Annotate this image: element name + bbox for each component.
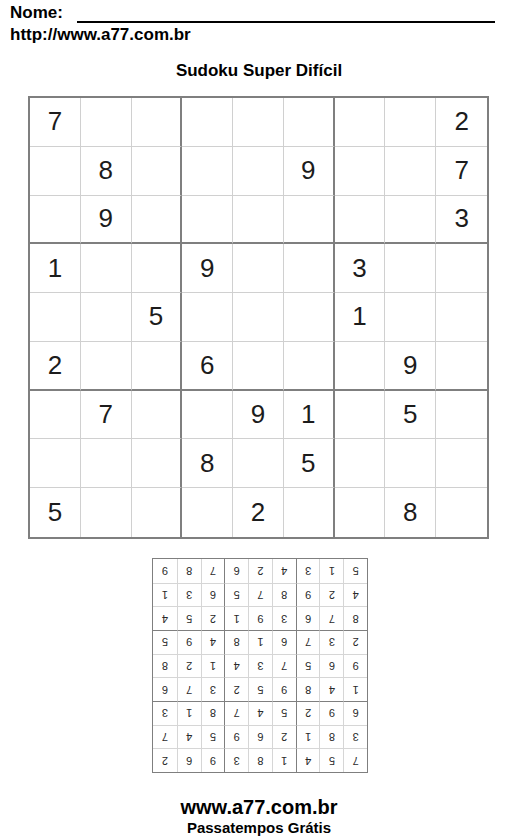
solution-cell-r9c4: 4	[272, 559, 296, 583]
puzzle-cell-r4c9[interactable]	[436, 244, 487, 293]
puzzle-cell-r1c5[interactable]	[233, 98, 284, 147]
puzzle-cell-r2c2: 8	[81, 147, 132, 196]
puzzle-cell-r7c8: 5	[385, 391, 436, 440]
solution-cell-r2c2: 8	[319, 725, 343, 749]
solution-cell-r4c7: 3	[201, 677, 225, 701]
solution-cell-r1c8: 6	[177, 748, 201, 772]
puzzle-cell-r6c1: 2	[30, 342, 81, 391]
puzzle-cell-r1c7[interactable]	[335, 98, 386, 147]
puzzle-cell-r7c5: 9	[233, 391, 284, 440]
puzzle-cell-r8c1[interactable]	[30, 439, 81, 488]
solution-cell-r8c6: 5	[224, 583, 248, 607]
puzzle-cell-r4c3[interactable]	[132, 244, 183, 293]
puzzle-cell-r9c2[interactable]	[81, 488, 132, 537]
solution-cell-r5c2: 6	[319, 654, 343, 678]
puzzle-cell-r6c6[interactable]	[284, 342, 335, 391]
puzzle-cell-r7c9[interactable]	[436, 391, 487, 440]
solution-cell-r3c2: 9	[319, 701, 343, 725]
solution-cell-r8c5: 7	[248, 583, 272, 607]
puzzle-cell-r1c1: 7	[30, 98, 81, 147]
solution-cell-r9c3: 3	[296, 559, 320, 583]
solution-cell-r1c4: 1	[272, 748, 296, 772]
solution-cell-r7c5: 9	[248, 606, 272, 630]
puzzle-cell-r7c2: 7	[81, 391, 132, 440]
name-label: Nome:	[10, 3, 63, 23]
solution-cell-r3c5: 4	[248, 701, 272, 725]
solution-cell-r2c6: 9	[224, 725, 248, 749]
puzzle-cell-r9c8: 8	[385, 488, 436, 537]
solution-cell-r9c8: 8	[177, 559, 201, 583]
solution-cell-r9c1: 5	[343, 559, 367, 583]
solution-cell-r3c8: 1	[177, 701, 201, 725]
solution-cell-r5c4: 7	[272, 654, 296, 678]
solution-cell-r2c7: 5	[201, 725, 225, 749]
solution-cell-r1c7: 9	[201, 748, 225, 772]
solution-cell-r4c6: 2	[224, 677, 248, 701]
sudoku-page: Nome: http://www.a77.com.br Sudoku Super…	[0, 0, 518, 840]
puzzle-cell-r5c3: 5	[132, 293, 183, 342]
site-url-text: http://www.a77.com.br	[10, 25, 191, 45]
solution-cell-r6c3: 7	[296, 630, 320, 654]
puzzle-cell-r4c8[interactable]	[385, 244, 436, 293]
solution-cell-r4c9: 6	[153, 677, 177, 701]
puzzle-cell-r2c3[interactable]	[132, 147, 183, 196]
puzzle-cell-r2c9: 7	[436, 147, 487, 196]
puzzle-cell-r2c5[interactable]	[233, 147, 284, 196]
solution-cell-r2c5: 6	[248, 725, 272, 749]
solution-cell-r2c9: 7	[153, 725, 177, 749]
solution-cell-r9c6: 6	[224, 559, 248, 583]
solution-cell-r5c3: 5	[296, 654, 320, 678]
puzzle-cell-r6c5[interactable]	[233, 342, 284, 391]
solution-cell-r1c5: 8	[248, 748, 272, 772]
footer-site-text: www.a77.com.br	[0, 795, 518, 819]
puzzle-cell-r8c8[interactable]	[385, 439, 436, 488]
puzzle-cell-r7c7[interactable]	[335, 391, 386, 440]
solution-cell-r5c5: 3	[248, 654, 272, 678]
solution-cell-r1c2: 5	[319, 748, 343, 772]
puzzle-cell-r3c2: 9	[81, 196, 132, 245]
solution-cell-r9c5: 2	[248, 559, 272, 583]
puzzle-cell-r4c2[interactable]	[81, 244, 132, 293]
puzzle-cell-r1c4[interactable]	[182, 98, 233, 147]
solution-cell-r2c1: 3	[343, 725, 367, 749]
puzzle-cell-r5c5[interactable]	[233, 293, 284, 342]
solution-cell-r5c1: 9	[343, 654, 367, 678]
solution-grid: 7541839623812695476925478131489523769657…	[152, 558, 368, 773]
puzzle-cell-r2c4[interactable]	[182, 147, 233, 196]
solution-cell-r7c8: 5	[177, 606, 201, 630]
solution-cell-r3c3: 2	[296, 701, 320, 725]
puzzle-cell-r7c6: 1	[284, 391, 335, 440]
puzzle-cell-r4c6[interactable]	[284, 244, 335, 293]
puzzle-cell-r1c6[interactable]	[284, 98, 335, 147]
solution-cell-r6c5: 1	[248, 630, 272, 654]
puzzle-cell-r7c4[interactable]	[182, 391, 233, 440]
solution-cell-r3c4: 5	[272, 701, 296, 725]
puzzle-cell-r5c2[interactable]	[81, 293, 132, 342]
puzzle-cell-r5c6[interactable]	[284, 293, 335, 342]
puzzle-cell-r3c3[interactable]	[132, 196, 183, 245]
puzzle-cell-r2c6: 9	[284, 147, 335, 196]
puzzle-cell-r4c5[interactable]	[233, 244, 284, 293]
solution-cell-r7c3: 6	[296, 606, 320, 630]
puzzle-cell-r5c7: 1	[335, 293, 386, 342]
solution-cell-r2c3: 1	[296, 725, 320, 749]
solution-cell-r7c2: 7	[319, 606, 343, 630]
puzzle-cell-r3c4[interactable]	[182, 196, 233, 245]
puzzle-cell-r8c6: 5	[284, 439, 335, 488]
solution-cell-r6c9: 5	[153, 630, 177, 654]
solution-cell-r4c2: 4	[319, 677, 343, 701]
puzzle-cell-r9c1: 5	[30, 488, 81, 537]
solution-cell-r9c2: 1	[319, 559, 343, 583]
puzzle-cell-r4c4: 9	[182, 244, 233, 293]
puzzle-cell-r6c8: 9	[385, 342, 436, 391]
puzzle-cell-r9c3[interactable]	[132, 488, 183, 537]
puzzle-cell-r1c9: 2	[436, 98, 487, 147]
solution-cell-r3c9: 3	[153, 701, 177, 725]
puzzle-cell-r7c3[interactable]	[132, 391, 183, 440]
puzzle-cell-r9c6[interactable]	[284, 488, 335, 537]
puzzle-cell-r3c5[interactable]	[233, 196, 284, 245]
puzzle-cell-r2c8[interactable]	[385, 147, 436, 196]
puzzle-cell-r4c7: 3	[335, 244, 386, 293]
puzzle-cell-r3c8[interactable]	[385, 196, 436, 245]
puzzle-cell-r6c3[interactable]	[132, 342, 183, 391]
solution-cell-r3c7: 8	[201, 701, 225, 725]
puzzle-cell-r8c2[interactable]	[81, 439, 132, 488]
solution-cell-r6c4: 6	[272, 630, 296, 654]
solution-cell-r2c4: 2	[272, 725, 296, 749]
puzzle-cell-r2c7[interactable]	[335, 147, 386, 196]
solution-cell-r4c8: 7	[177, 677, 201, 701]
puzzle-cell-r8c3[interactable]	[132, 439, 183, 488]
solution-cell-r8c2: 2	[319, 583, 343, 607]
solution-cell-r4c3: 8	[296, 677, 320, 701]
solution-cell-r1c9: 2	[153, 748, 177, 772]
puzzle-cell-r1c8[interactable]	[385, 98, 436, 147]
solution-cell-r1c1: 7	[343, 748, 367, 772]
puzzle-cell-r6c4: 6	[182, 342, 233, 391]
puzzle-cell-r9c7[interactable]	[335, 488, 386, 537]
puzzle-cell-r6c2[interactable]	[81, 342, 132, 391]
solution-cell-r5c9: 8	[153, 654, 177, 678]
puzzle-cell-r2c1[interactable]	[30, 147, 81, 196]
solution-cell-r1c6: 3	[224, 748, 248, 772]
solution-cell-r4c4: 9	[272, 677, 296, 701]
solution-cell-r5c8: 2	[177, 654, 201, 678]
puzzle-cell-r5c8[interactable]	[385, 293, 436, 342]
solution-cell-r7c6: 1	[224, 606, 248, 630]
puzzle-cell-r6c7[interactable]	[335, 342, 386, 391]
puzzle-cell-r3c7[interactable]	[335, 196, 386, 245]
puzzle-grid: 728979319351269791585528	[28, 96, 489, 539]
solution-cell-r6c8: 9	[177, 630, 201, 654]
puzzle-cell-r8c7[interactable]	[335, 439, 386, 488]
puzzle-cell-r3c1[interactable]	[30, 196, 81, 245]
puzzle-cell-r1c2[interactable]	[81, 98, 132, 147]
puzzle-cell-r9c4[interactable]	[182, 488, 233, 537]
solution-cell-r8c4: 8	[272, 583, 296, 607]
name-blank-line	[77, 21, 495, 23]
solution-cell-r7c9: 4	[153, 606, 177, 630]
footer-tagline: Passatempos Grátis	[0, 819, 518, 837]
solution-cell-r4c1: 1	[343, 677, 367, 701]
solution-cell-r8c1: 4	[343, 583, 367, 607]
solution-cell-r6c6: 8	[224, 630, 248, 654]
page-title: Sudoku Super Difícil	[0, 61, 518, 81]
solution-cell-r2c8: 4	[177, 725, 201, 749]
puzzle-cell-r1c3[interactable]	[132, 98, 183, 147]
puzzle-cell-r8c9[interactable]	[436, 439, 487, 488]
solution-cell-r3c1: 6	[343, 701, 367, 725]
solution-cell-r9c9: 9	[153, 559, 177, 583]
puzzle-cell-r3c9: 3	[436, 196, 487, 245]
solution-cell-r4c5: 5	[248, 677, 272, 701]
puzzle-cell-r5c9[interactable]	[436, 293, 487, 342]
puzzle-cell-r5c1[interactable]	[30, 293, 81, 342]
solution-cell-r1c3: 4	[296, 748, 320, 772]
puzzle-cell-r9c9[interactable]	[436, 488, 487, 537]
solution-cell-r7c4: 3	[272, 606, 296, 630]
solution-cell-r3c6: 7	[224, 701, 248, 725]
solution-cell-r8c8: 3	[177, 583, 201, 607]
solution-cell-r8c3: 9	[296, 583, 320, 607]
puzzle-cell-r4c1: 1	[30, 244, 81, 293]
footer: www.a77.com.br Passatempos Grátis	[0, 795, 518, 837]
solution-cell-r7c7: 2	[201, 606, 225, 630]
solution-cell-r5c6: 4	[224, 654, 248, 678]
solution-cell-r9c7: 7	[201, 559, 225, 583]
solution-cell-r8c7: 6	[201, 583, 225, 607]
puzzle-cell-r8c5[interactable]	[233, 439, 284, 488]
solution-cell-r7c1: 8	[343, 606, 367, 630]
puzzle-cell-r9c5: 2	[233, 488, 284, 537]
solution-cell-r8c9: 1	[153, 583, 177, 607]
solution-cell-r6c7: 4	[201, 630, 225, 654]
puzzle-cell-r6c9[interactable]	[436, 342, 487, 391]
puzzle-cell-r7c1[interactable]	[30, 391, 81, 440]
solution-cell-r5c7: 1	[201, 654, 225, 678]
puzzle-cell-r5c4[interactable]	[182, 293, 233, 342]
solution-cell-r6c2: 3	[319, 630, 343, 654]
puzzle-cell-r8c4: 8	[182, 439, 233, 488]
solution-cell-r6c1: 2	[343, 630, 367, 654]
puzzle-cell-r3c6[interactable]	[284, 196, 335, 245]
